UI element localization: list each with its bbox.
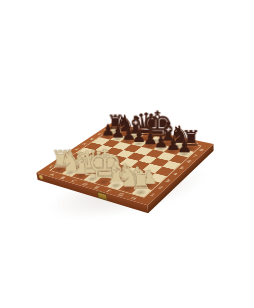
piece-white-rook: ♜ — [130, 169, 152, 194]
product-photo: ABCDEFGH ABCDEFGH 12345678 12345678 ♜♞♝♛… — [0, 0, 254, 308]
brass-hinge-icon — [38, 174, 43, 180]
scene: ABCDEFGH ABCDEFGH 12345678 12345678 ♜♞♝♛… — [0, 0, 254, 308]
brass-clasp-icon — [97, 192, 108, 202]
chess-board: ABCDEFGH ABCDEFGH 12345678 12345678 ♜♞♝♛… — [36, 123, 213, 206]
square-h7: ♟ — [176, 149, 194, 157]
piece-black-pawn: ♟ — [177, 138, 192, 155]
